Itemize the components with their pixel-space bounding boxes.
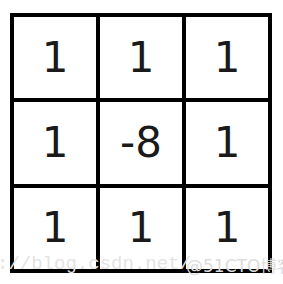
csdn-url-watermark: ://blog.csdn.net/ [0,253,191,275]
blog-overlay-watermark: @51CTO博客 [186,255,283,278]
kernel-cell-r0c1: 1 [100,17,182,98]
kernel-cell-r0c2: 1 [186,17,268,98]
kernel-diagram-page: 1 1 1 1 -8 1 1 1 1 ://blog.csdn.net/ @51… [0,0,283,284]
kernel-cell-r1c2: 1 [186,102,268,183]
kernel-cell-r1c1: -8 [100,102,182,183]
kernel-cell-r1c0: 1 [14,102,96,183]
kernel-cell-r0c0: 1 [14,17,96,98]
kernel-grid: 1 1 1 1 -8 1 1 1 1 [10,13,272,273]
